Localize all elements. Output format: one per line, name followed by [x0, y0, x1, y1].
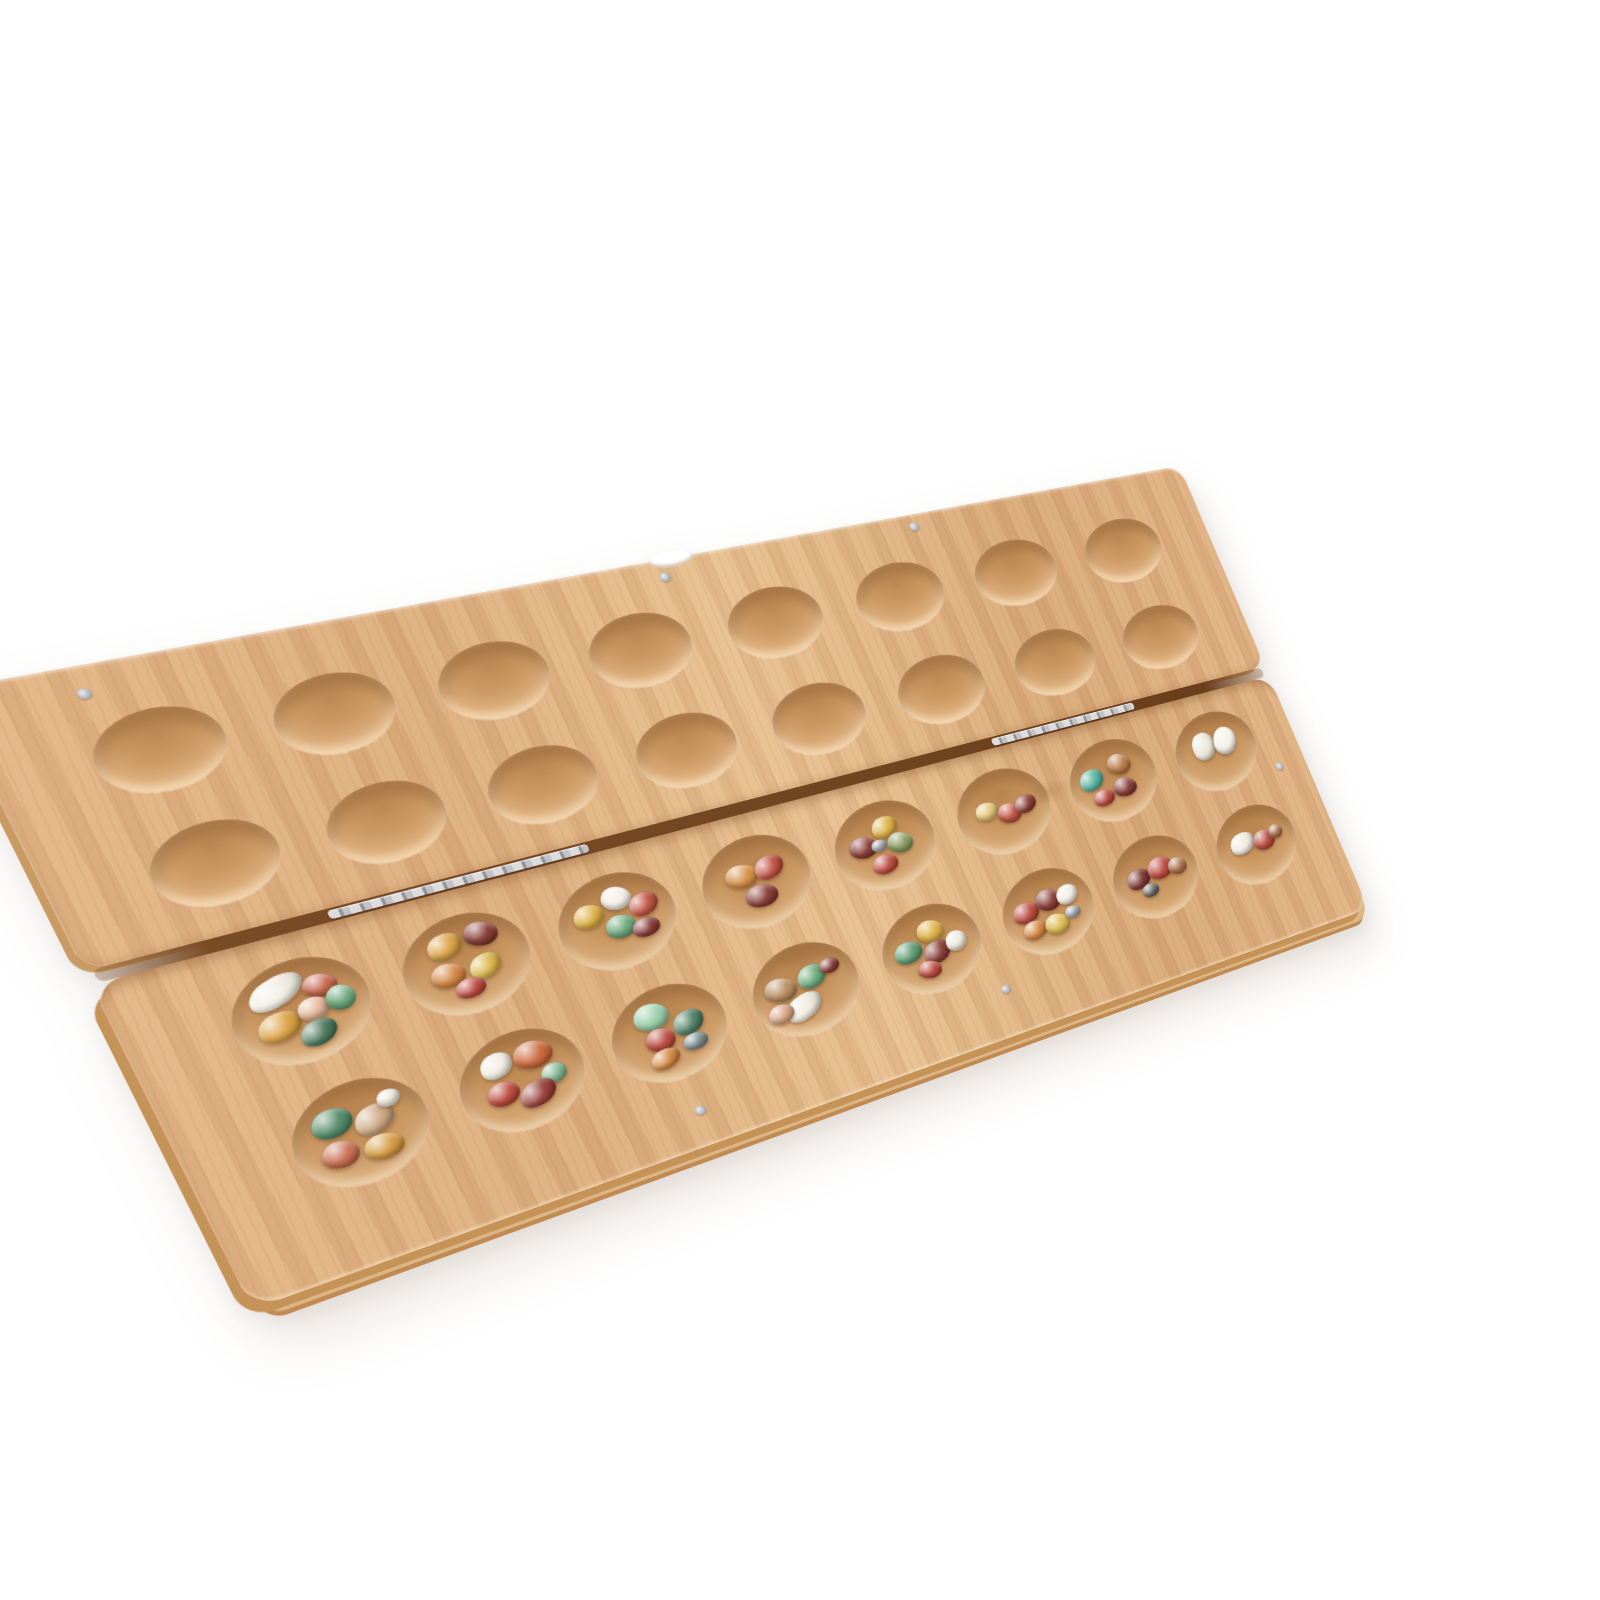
pit-r1c3[interactable]: [429, 632, 559, 729]
pit-r3c6[interactable]: [947, 758, 1059, 865]
gem-stone: [887, 832, 914, 852]
pit-r1c8[interactable]: [1077, 512, 1168, 589]
gem-stone: [631, 913, 663, 939]
gem-stone: [626, 887, 663, 921]
pit-r1c1[interactable]: [83, 695, 236, 804]
gem-stone: [600, 886, 631, 910]
gem-stone: [571, 902, 607, 933]
pit-r3c3[interactable]: [548, 860, 687, 984]
pit-r3c5[interactable]: [825, 790, 945, 902]
gem-stone: [422, 927, 466, 965]
pit-r1c4[interactable]: [580, 604, 700, 696]
pit-r2c3[interactable]: [479, 735, 606, 835]
gem-stone: [1106, 753, 1132, 774]
pit-r1c5[interactable]: [719, 578, 831, 666]
gem-stone: [325, 985, 357, 1010]
pit-r2c8[interactable]: [1115, 598, 1205, 677]
pit-r4c3[interactable]: [601, 970, 738, 1097]
pit-r3c2[interactable]: [391, 899, 541, 1030]
pit-r4c5[interactable]: [872, 892, 990, 1007]
pit-r4c6[interactable]: [993, 857, 1103, 967]
gem-stone: [321, 1138, 362, 1171]
pit-r2c1[interactable]: [140, 807, 290, 919]
pit-r3c7[interactable]: [1061, 729, 1166, 831]
pit-r4c8[interactable]: [1208, 795, 1305, 895]
pit-r4c7[interactable]: [1104, 825, 1207, 930]
gem-stone: [870, 851, 900, 877]
gem-stone: [1112, 776, 1139, 797]
gem-stone: [1211, 725, 1238, 755]
pit-r2c7[interactable]: [1007, 621, 1103, 703]
pit-r1c2[interactable]: [264, 662, 405, 765]
gem-stone: [917, 960, 942, 980]
pit-r1c7[interactable]: [967, 532, 1064, 612]
gem-stone: [307, 1104, 355, 1145]
pit-r4c2[interactable]: [448, 1014, 596, 1149]
pit-r1c6[interactable]: [848, 554, 952, 638]
gem-stone: [485, 1079, 522, 1111]
gem-stone: [1063, 903, 1082, 920]
pit-r2c2[interactable]: [317, 769, 455, 875]
pit-r2c6[interactable]: [890, 646, 992, 732]
gem-stone: [973, 800, 1000, 824]
gem-stone: [1268, 823, 1284, 838]
pit-r2c4[interactable]: [627, 703, 745, 798]
pit-r3c1[interactable]: [219, 942, 382, 1081]
pit-r2c5[interactable]: [764, 673, 874, 763]
gem-stone: [476, 1047, 517, 1085]
pit-r4c1[interactable]: [280, 1062, 440, 1205]
gem-stone: [462, 921, 498, 946]
gem-stone: [1167, 856, 1187, 875]
mancala-board: [0, 466, 1369, 1310]
product-photo-background: [0, 0, 1600, 1600]
pit-r3c4[interactable]: [692, 823, 821, 941]
pit-r3c8[interactable]: [1167, 702, 1265, 800]
